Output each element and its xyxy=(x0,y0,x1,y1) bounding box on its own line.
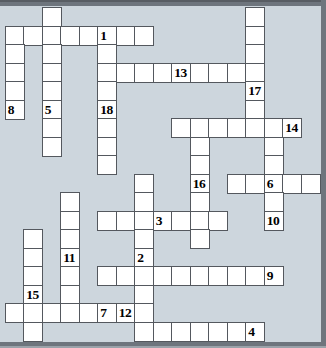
crossword-puzzle: 113178518141663101129157124 xyxy=(0,0,326,348)
cell-r14-c9[interactable] xyxy=(171,266,191,286)
clue-number-10: 10 xyxy=(265,212,283,229)
clue-number-17: 17 xyxy=(246,82,264,99)
cell-r6-c14[interactable] xyxy=(264,118,284,138)
cell-r3-c2[interactable] xyxy=(42,63,62,83)
cell-r5-c0[interactable]: 8 xyxy=(5,100,25,120)
clue-number-14: 14 xyxy=(283,119,301,136)
cell-r1-c5[interactable]: 1 xyxy=(97,26,117,46)
cell-r6-c5[interactable] xyxy=(97,118,117,138)
cell-r3-c11[interactable] xyxy=(208,63,228,83)
cell-r2-c13[interactable] xyxy=(245,44,265,64)
clue-number-8: 8 xyxy=(6,101,24,118)
cell-r3-c7[interactable] xyxy=(134,63,154,83)
cell-r0-c2[interactable] xyxy=(42,7,62,27)
cell-r4-c0[interactable] xyxy=(5,81,25,101)
cell-r17-c10[interactable] xyxy=(190,322,210,342)
clue-number-18: 18 xyxy=(98,101,116,118)
cell-r11-c14[interactable]: 10 xyxy=(264,211,284,231)
cell-r13-c3[interactable]: 11 xyxy=(60,248,80,268)
clue-number-9: 9 xyxy=(265,267,283,284)
cell-r16-c6[interactable]: 12 xyxy=(116,303,136,323)
cell-r11-c3[interactable] xyxy=(60,211,80,231)
cell-r11-c11[interactable] xyxy=(208,211,228,231)
cell-r15-c7[interactable] xyxy=(134,285,154,305)
frame-right-border xyxy=(321,0,326,348)
cell-r15-c3[interactable] xyxy=(60,285,80,305)
cell-r11-c9[interactable] xyxy=(171,211,191,231)
cell-r1-c6[interactable] xyxy=(116,26,136,46)
clue-number-13: 13 xyxy=(172,64,190,81)
cell-r4-c5[interactable] xyxy=(97,81,117,101)
cell-r14-c14[interactable]: 9 xyxy=(264,266,284,286)
cell-r9-c16[interactable] xyxy=(301,174,321,194)
cell-r5-c2[interactable]: 5 xyxy=(42,100,62,120)
cell-r17-c8[interactable] xyxy=(153,322,173,342)
cell-r11-c5[interactable] xyxy=(97,211,117,231)
clue-number-7: 7 xyxy=(98,304,116,321)
cell-r17-c12[interactable] xyxy=(227,322,247,342)
cell-r10-c3[interactable] xyxy=(60,192,80,212)
cell-r16-c0[interactable] xyxy=(5,303,25,323)
cell-r14-c8[interactable] xyxy=(153,266,173,286)
cell-r4-c2[interactable] xyxy=(42,81,62,101)
cell-r3-c13[interactable] xyxy=(245,63,265,83)
cell-r3-c12[interactable] xyxy=(227,63,247,83)
cell-r6-c15[interactable]: 14 xyxy=(282,118,302,138)
cell-r8-c14[interactable] xyxy=(264,155,284,175)
cell-r9-c7[interactable] xyxy=(134,174,154,194)
cell-r9-c10[interactable]: 16 xyxy=(190,174,210,194)
cell-r12-c3[interactable] xyxy=(60,229,80,249)
cell-r1-c2[interactable] xyxy=(42,26,62,46)
cell-r5-c13[interactable] xyxy=(245,100,265,120)
cell-r3-c0[interactable] xyxy=(5,63,25,83)
cell-r3-c9[interactable]: 13 xyxy=(171,63,191,83)
clue-number-2: 2 xyxy=(135,249,153,266)
cell-r16-c4[interactable] xyxy=(79,303,99,323)
crossword-board: 113178518141663101129157124 xyxy=(0,0,326,348)
clue-number-11: 11 xyxy=(61,249,79,266)
cell-r2-c2[interactable] xyxy=(42,44,62,64)
cell-r12-c10[interactable] xyxy=(190,229,210,249)
clue-number-1: 1 xyxy=(98,27,116,44)
cell-r14-c12[interactable] xyxy=(227,266,247,286)
cell-r6-c13[interactable] xyxy=(245,118,265,138)
cell-r1-c3[interactable] xyxy=(60,26,80,46)
cell-r17-c1[interactable] xyxy=(23,322,43,342)
cell-r13-c1[interactable] xyxy=(23,248,43,268)
cell-r6-c9[interactable] xyxy=(171,118,191,138)
cell-r16-c3[interactable] xyxy=(60,303,80,323)
cell-r3-c6[interactable] xyxy=(116,63,136,83)
cell-r7-c14[interactable] xyxy=(264,137,284,157)
cell-r9-c13[interactable] xyxy=(245,174,265,194)
cell-r9-c14[interactable]: 6 xyxy=(264,174,284,194)
cell-r11-c8[interactable]: 3 xyxy=(153,211,173,231)
cell-r13-c7[interactable]: 2 xyxy=(134,248,154,268)
cell-r1-c7[interactable] xyxy=(134,26,154,46)
cell-r7-c10[interactable] xyxy=(190,137,210,157)
cell-r14-c13[interactable] xyxy=(245,266,265,286)
cell-r17-c9[interactable] xyxy=(171,322,191,342)
cell-r6-c2[interactable] xyxy=(42,118,62,138)
clue-number-6: 6 xyxy=(265,175,283,192)
cell-r12-c1[interactable] xyxy=(23,229,43,249)
cell-r8-c5[interactable] xyxy=(97,155,117,175)
cell-r14-c5[interactable] xyxy=(97,266,117,286)
cell-r3-c8[interactable] xyxy=(153,63,173,83)
cell-r1-c0[interactable] xyxy=(5,26,25,46)
frame-top-border xyxy=(0,0,326,6)
cell-r10-c14[interactable] xyxy=(264,192,284,212)
cell-r17-c13[interactable]: 4 xyxy=(245,322,265,342)
frame-bottom-border xyxy=(0,342,326,348)
cell-r11-c6[interactable] xyxy=(116,211,136,231)
cell-r14-c6[interactable] xyxy=(116,266,136,286)
cell-r12-c7[interactable] xyxy=(134,229,154,249)
clue-number-4: 4 xyxy=(246,323,264,340)
cell-r16-c2[interactable] xyxy=(42,303,62,323)
cell-r6-c10[interactable] xyxy=(190,118,210,138)
cell-r9-c12[interactable] xyxy=(227,174,247,194)
cell-r17-c11[interactable] xyxy=(208,322,228,342)
cell-r11-c7[interactable] xyxy=(134,211,154,231)
cell-r15-c1[interactable]: 15 xyxy=(23,285,43,305)
cell-r2-c0[interactable] xyxy=(5,44,25,64)
cell-r16-c1[interactable] xyxy=(23,303,43,323)
cell-r16-c7[interactable] xyxy=(134,303,154,323)
cell-r4-c13[interactable]: 17 xyxy=(245,81,265,101)
cell-r1-c13[interactable] xyxy=(245,26,265,46)
clue-number-12: 12 xyxy=(117,304,135,321)
cell-r14-c11[interactable] xyxy=(208,266,228,286)
cell-r5-c5[interactable]: 18 xyxy=(97,100,117,120)
clue-number-5: 5 xyxy=(43,101,61,118)
cell-r14-c3[interactable] xyxy=(60,266,80,286)
cell-r10-c7[interactable] xyxy=(134,192,154,212)
cell-r7-c5[interactable] xyxy=(97,137,117,157)
cell-r3-c5[interactable] xyxy=(97,63,117,83)
cell-r9-c15[interactable] xyxy=(282,174,302,194)
cell-r3-c10[interactable] xyxy=(190,63,210,83)
clue-number-15: 15 xyxy=(24,286,42,303)
cell-r11-c10[interactable] xyxy=(190,211,210,231)
cell-r0-c13[interactable] xyxy=(245,7,265,27)
cell-r2-c5[interactable] xyxy=(97,44,117,64)
cell-r6-c12[interactable] xyxy=(227,118,247,138)
cell-r16-c5[interactable]: 7 xyxy=(97,303,117,323)
clue-number-16: 16 xyxy=(191,175,209,192)
cell-r8-c10[interactable] xyxy=(190,155,210,175)
cell-r1-c4[interactable] xyxy=(79,26,99,46)
cell-r14-c7[interactable] xyxy=(134,266,154,286)
cell-r10-c10[interactable] xyxy=(190,192,210,212)
cell-r14-c10[interactable] xyxy=(190,266,210,286)
cell-r14-c1[interactable] xyxy=(23,266,43,286)
cell-r7-c2[interactable] xyxy=(42,137,62,157)
cell-r17-c7[interactable] xyxy=(134,322,154,342)
cell-r6-c11[interactable] xyxy=(208,118,228,138)
clue-number-3: 3 xyxy=(154,212,172,229)
cell-r1-c1[interactable] xyxy=(23,26,43,46)
